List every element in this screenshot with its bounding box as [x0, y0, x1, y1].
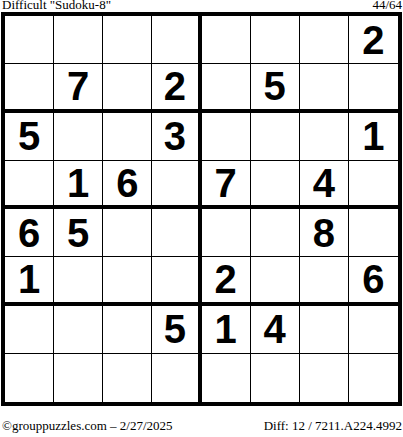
cell-r4c3: 6: [103, 161, 152, 209]
sudoku-grid: 27255311674658126514: [1, 12, 402, 406]
cell-r5c1: 6: [5, 209, 54, 257]
cell-r2c2: 7: [54, 64, 103, 112]
cell-r2c6: 5: [251, 64, 300, 112]
cell-r1c4[interactable]: [152, 16, 201, 64]
cell-r6c7[interactable]: [300, 257, 349, 305]
cell-r6c6[interactable]: [251, 257, 300, 305]
cell-r2c4: 2: [152, 64, 201, 112]
cell-r6c4[interactable]: [152, 257, 201, 305]
copyright-date: ©grouppuzzles.com – 2/27/2025: [2, 418, 173, 433]
cell-r1c7[interactable]: [300, 16, 349, 64]
cell-r8c3[interactable]: [103, 354, 152, 402]
cell-r4c7: 4: [300, 161, 349, 209]
cell-r2c5[interactable]: [202, 64, 251, 112]
cell-r6c8: 6: [349, 257, 398, 305]
cell-r5c8[interactable]: [349, 209, 398, 257]
sudoku-page: Difficult "Sudoku-8" 44/64 2725531167465…: [0, 0, 403, 437]
cell-r5c6[interactable]: [251, 209, 300, 257]
cell-r3c7[interactable]: [300, 113, 349, 161]
cell-r8c8[interactable]: [349, 354, 398, 402]
cell-r3c4: 3: [152, 113, 201, 161]
header: Difficult "Sudoku-8" 44/64: [2, 0, 402, 12]
cell-r3c1: 5: [5, 113, 54, 161]
cell-r5c7: 8: [300, 209, 349, 257]
cell-r6c3[interactable]: [103, 257, 152, 305]
cell-r1c5[interactable]: [202, 16, 251, 64]
cell-r4c5: 7: [202, 161, 251, 209]
cell-r7c7[interactable]: [300, 306, 349, 354]
cell-r1c2[interactable]: [54, 16, 103, 64]
cell-r5c2: 5: [54, 209, 103, 257]
cell-r6c2[interactable]: [54, 257, 103, 305]
blank-count-indicator: 44/64: [372, 0, 402, 12]
cell-r4c4[interactable]: [152, 161, 201, 209]
cell-r4c6[interactable]: [251, 161, 300, 209]
cell-r1c8: 2: [349, 16, 398, 64]
cell-r2c3[interactable]: [103, 64, 152, 112]
footer: ©grouppuzzles.com – 2/27/2025 Diff: 12 /…: [2, 418, 402, 433]
cell-r2c7[interactable]: [300, 64, 349, 112]
cell-r8c2[interactable]: [54, 354, 103, 402]
cell-r3c6[interactable]: [251, 113, 300, 161]
cell-r7c4: 5: [152, 306, 201, 354]
cell-r6c5: 2: [202, 257, 251, 305]
cell-r8c6[interactable]: [251, 354, 300, 402]
cell-r7c8[interactable]: [349, 306, 398, 354]
cell-r2c8[interactable]: [349, 64, 398, 112]
cell-r4c2: 1: [54, 161, 103, 209]
cell-r1c3[interactable]: [103, 16, 152, 64]
cell-r7c6: 4: [251, 306, 300, 354]
puzzle-title: Difficult "Sudoku-8": [2, 0, 111, 12]
cell-r8c7[interactable]: [300, 354, 349, 402]
cell-r7c3[interactable]: [103, 306, 152, 354]
cell-r1c6[interactable]: [251, 16, 300, 64]
cell-r7c1[interactable]: [5, 306, 54, 354]
cell-r7c2[interactable]: [54, 306, 103, 354]
cell-r4c1[interactable]: [5, 161, 54, 209]
cell-r5c4[interactable]: [152, 209, 201, 257]
cell-r3c8: 1: [349, 113, 398, 161]
cell-r3c5[interactable]: [202, 113, 251, 161]
difficulty-id: Diff: 12 / 7211.A224.4992: [264, 418, 402, 433]
cell-r1c1[interactable]: [5, 16, 54, 64]
cell-r5c5[interactable]: [202, 209, 251, 257]
cell-r4c8[interactable]: [349, 161, 398, 209]
cell-r6c1: 1: [5, 257, 54, 305]
cell-r2c1[interactable]: [5, 64, 54, 112]
cell-r8c4[interactable]: [152, 354, 201, 402]
cell-r8c1[interactable]: [5, 354, 54, 402]
cell-r5c3[interactable]: [103, 209, 152, 257]
cell-r3c3[interactable]: [103, 113, 152, 161]
cell-r3c2[interactable]: [54, 113, 103, 161]
cell-r8c5[interactable]: [202, 354, 251, 402]
cell-r7c5: 1: [202, 306, 251, 354]
